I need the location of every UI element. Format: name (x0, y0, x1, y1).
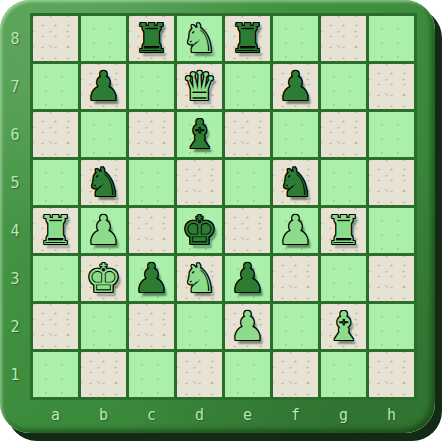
white-knight[interactable]: ♞ (182, 258, 218, 298)
white-pawn[interactable]: ♟ (278, 210, 314, 250)
square-b7[interactable]: ♟ (81, 64, 126, 109)
rank-label-7: 7 (0, 64, 30, 109)
black-pawn[interactable]: ♟ (86, 66, 122, 106)
square-g4[interactable]: ♜ (321, 208, 366, 253)
square-g6[interactable] (321, 112, 366, 157)
white-king[interactable]: ♚ (86, 258, 122, 298)
black-knight[interactable]: ♞ (86, 162, 122, 202)
black-pawn[interactable]: ♟ (278, 66, 314, 106)
square-c5[interactable] (129, 160, 174, 205)
square-h6[interactable] (369, 112, 414, 157)
file-label-f: f (273, 402, 318, 428)
square-c3[interactable]: ♟ (129, 256, 174, 301)
square-e8[interactable]: ♜ (225, 16, 270, 61)
square-f2[interactable] (273, 304, 318, 349)
square-h7[interactable] (369, 64, 414, 109)
square-b8[interactable] (81, 16, 126, 61)
square-f4[interactable]: ♟ (273, 208, 318, 253)
square-b5[interactable]: ♞ (81, 160, 126, 205)
white-pawn[interactable]: ♟ (86, 210, 122, 250)
black-bishop[interactable]: ♝ (182, 114, 218, 154)
square-f1[interactable] (273, 352, 318, 397)
square-h3[interactable] (369, 256, 414, 301)
square-d8[interactable]: ♞ (177, 16, 222, 61)
square-d1[interactable] (177, 352, 222, 397)
rank-label-6: 6 (0, 112, 30, 157)
square-a4[interactable]: ♜ (33, 208, 78, 253)
square-e5[interactable] (225, 160, 270, 205)
file-label-g: g (321, 402, 366, 428)
square-a7[interactable] (33, 64, 78, 109)
black-knight[interactable]: ♞ (278, 162, 314, 202)
square-h4[interactable] (369, 208, 414, 253)
square-e6[interactable] (225, 112, 270, 157)
square-b2[interactable] (81, 304, 126, 349)
file-label-h: h (369, 402, 414, 428)
square-f3[interactable] (273, 256, 318, 301)
square-e7[interactable] (225, 64, 270, 109)
file-label-b: b (81, 402, 126, 428)
square-d7[interactable]: ♛ (177, 64, 222, 109)
square-g2[interactable]: ♝ (321, 304, 366, 349)
black-king[interactable]: ♚ (182, 210, 218, 250)
white-rook[interactable]: ♜ (38, 210, 74, 250)
square-c7[interactable] (129, 64, 174, 109)
square-c6[interactable] (129, 112, 174, 157)
rank-labels: 87654321 (0, 16, 30, 397)
file-label-d: d (177, 402, 222, 428)
square-d4[interactable]: ♚ (177, 208, 222, 253)
square-d6[interactable]: ♝ (177, 112, 222, 157)
square-h1[interactable] (369, 352, 414, 397)
square-e2[interactable]: ♟ (225, 304, 270, 349)
square-f8[interactable] (273, 16, 318, 61)
white-knight[interactable]: ♞ (182, 18, 218, 58)
square-e3[interactable]: ♟ (225, 256, 270, 301)
rank-label-5: 5 (0, 160, 30, 205)
file-label-c: c (129, 402, 174, 428)
square-g3[interactable] (321, 256, 366, 301)
square-c4[interactable] (129, 208, 174, 253)
square-c8[interactable]: ♜ (129, 16, 174, 61)
white-pawn[interactable]: ♟ (230, 306, 266, 346)
square-h5[interactable] (369, 160, 414, 205)
square-a5[interactable] (33, 160, 78, 205)
chess-app-window: 87654321 abcdefgh ♜♞♜♟♛♟♝♞♞♜♟♚♟♜♚♟♞♟♟♝ (0, 0, 444, 442)
white-rook[interactable]: ♜ (326, 210, 362, 250)
white-queen[interactable]: ♛ (182, 66, 218, 106)
square-a8[interactable] (33, 16, 78, 61)
rank-label-4: 4 (0, 208, 30, 253)
black-pawn[interactable]: ♟ (134, 258, 170, 298)
square-g1[interactable] (321, 352, 366, 397)
square-c2[interactable] (129, 304, 174, 349)
white-bishop[interactable]: ♝ (326, 306, 362, 346)
square-f5[interactable]: ♞ (273, 160, 318, 205)
square-c1[interactable] (129, 352, 174, 397)
square-e1[interactable] (225, 352, 270, 397)
square-g7[interactable] (321, 64, 366, 109)
square-b4[interactable]: ♟ (81, 208, 126, 253)
rank-label-8: 8 (0, 16, 30, 61)
square-f6[interactable] (273, 112, 318, 157)
black-pawn[interactable]: ♟ (230, 258, 266, 298)
square-h2[interactable] (369, 304, 414, 349)
file-label-e: e (225, 402, 270, 428)
file-labels: abcdefgh (33, 402, 414, 428)
rank-label-2: 2 (0, 304, 30, 349)
black-rook[interactable]: ♜ (134, 18, 170, 58)
black-rook[interactable]: ♜ (230, 18, 266, 58)
square-g8[interactable] (321, 16, 366, 61)
square-g5[interactable] (321, 160, 366, 205)
square-d2[interactable] (177, 304, 222, 349)
square-a3[interactable] (33, 256, 78, 301)
square-a2[interactable] (33, 304, 78, 349)
rank-label-1: 1 (0, 352, 30, 397)
square-d5[interactable] (177, 160, 222, 205)
chess-board: ♜♞♜♟♛♟♝♞♞♜♟♚♟♜♚♟♞♟♟♝ (30, 13, 417, 400)
square-f7[interactable]: ♟ (273, 64, 318, 109)
square-b6[interactable] (81, 112, 126, 157)
square-e4[interactable] (225, 208, 270, 253)
square-a6[interactable] (33, 112, 78, 157)
square-d3[interactable]: ♞ (177, 256, 222, 301)
rank-label-3: 3 (0, 256, 30, 301)
square-b1[interactable] (81, 352, 126, 397)
square-h8[interactable] (369, 16, 414, 61)
square-b3[interactable]: ♚ (81, 256, 126, 301)
file-label-a: a (33, 402, 78, 428)
square-a1[interactable] (33, 352, 78, 397)
